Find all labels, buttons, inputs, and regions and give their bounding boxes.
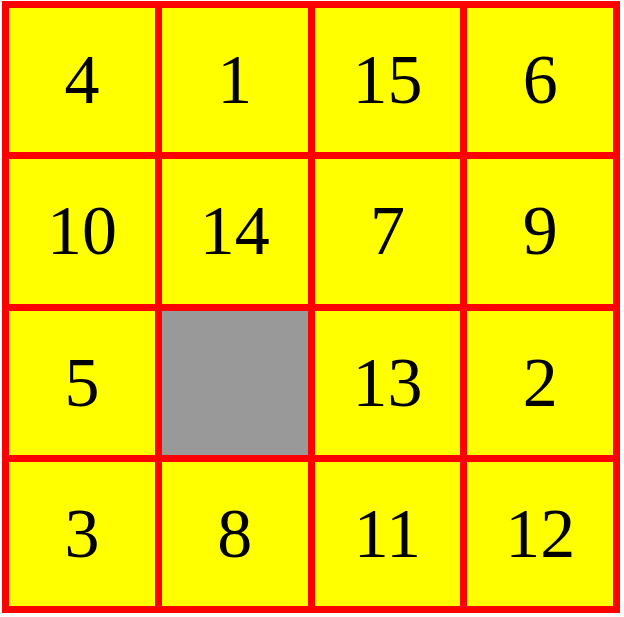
tile-r3c3[interactable]: 13 — [315, 311, 461, 455]
blank-cell — [162, 311, 308, 455]
tile-r2c4[interactable]: 9 — [467, 159, 613, 303]
tile-r2c2[interactable]: 14 — [162, 159, 308, 303]
tile-r1c2[interactable]: 1 — [162, 8, 308, 152]
tile-r1c4[interactable]: 6 — [467, 8, 613, 152]
tile-r2c1[interactable]: 10 — [9, 159, 155, 303]
tile-r1c1[interactable]: 4 — [9, 8, 155, 152]
tile-r3c4[interactable]: 2 — [467, 311, 613, 455]
tile-r2c3[interactable]: 7 — [315, 159, 461, 303]
puzzle-board: 4 1 15 6 10 14 7 9 5 13 2 3 8 11 12 — [2, 1, 620, 613]
tile-r3c1[interactable]: 5 — [9, 311, 155, 455]
tile-r4c2[interactable]: 8 — [162, 462, 308, 606]
tile-r4c1[interactable]: 3 — [9, 462, 155, 606]
tile-r4c3[interactable]: 11 — [315, 462, 461, 606]
tile-r1c3[interactable]: 15 — [315, 8, 461, 152]
tile-r4c4[interactable]: 12 — [467, 462, 613, 606]
